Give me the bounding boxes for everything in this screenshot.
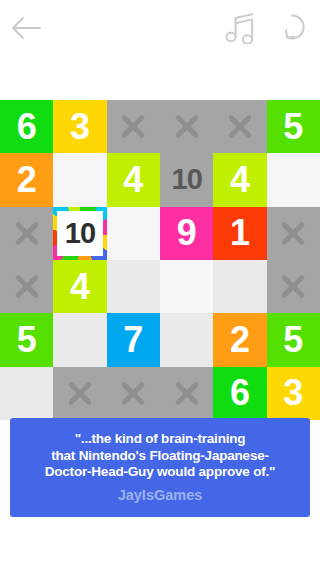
gray-number-tile-10-r1c3: 10: [160, 153, 213, 206]
puzzle-board: 6352410410914572563: [0, 100, 320, 420]
blocked-cell-r5c1: [53, 367, 106, 420]
x-icon: [120, 380, 146, 406]
music-toggle-button[interactable]: [224, 10, 258, 44]
blocked-cell-r3c5: [267, 260, 320, 313]
board-tile-4-r1c2[interactable]: 4: [107, 153, 160, 206]
restart-button[interactable]: [276, 11, 310, 43]
board-tile-5-r4c5[interactable]: 5: [267, 313, 320, 366]
empty-cell-r3c2: [107, 260, 160, 313]
empty-cell-r3c4: [213, 260, 266, 313]
blocked-cell-r0c4: [213, 100, 266, 153]
quote-line: "...the kind of brain-training: [10, 431, 310, 448]
blocked-cell-r5c3: [160, 367, 213, 420]
board-tile-7-r4c2[interactable]: 7: [107, 313, 160, 366]
empty-cell-r4c3: [160, 313, 213, 366]
music-notes-icon: [224, 10, 258, 44]
review-quote-banner: "...the kind of brain-training that Nint…: [10, 418, 310, 517]
board-tile-6-r0c0[interactable]: 6: [0, 100, 53, 153]
refresh-icon: [276, 11, 310, 43]
board-tile-2-r4c4[interactable]: 2: [213, 313, 266, 366]
board-tile-3-r5c5[interactable]: 3: [267, 367, 320, 420]
board-tile-2-r1c0[interactable]: 2: [0, 153, 53, 206]
blocked-cell-r3c0: [0, 260, 53, 313]
blocked-cell-r2c0: [0, 207, 53, 260]
x-icon: [67, 380, 93, 406]
empty-cell-r1c5: [267, 153, 320, 206]
back-arrow-icon: [10, 15, 44, 41]
blocked-cell-r5c2: [107, 367, 160, 420]
x-icon: [227, 114, 253, 140]
blocked-cell-r0c3: [160, 100, 213, 153]
selected-tile-number: 10: [57, 211, 102, 256]
selected-tile-10-r2c1[interactable]: 10: [53, 207, 106, 260]
x-icon: [280, 220, 306, 246]
board-tile-5-r0c5[interactable]: 5: [267, 100, 320, 153]
x-icon: [280, 274, 306, 300]
quote-attribution: JayIsGames: [10, 487, 310, 503]
blocked-cell-r2c5: [267, 207, 320, 260]
quote-line: Doctor-Head-Guy would approve of.": [10, 464, 310, 481]
x-icon: [14, 274, 40, 300]
empty-cell-r3c3: [160, 260, 213, 313]
board-tile-1-r2c4[interactable]: 1: [213, 207, 266, 260]
board-tile-4-r1c4[interactable]: 4: [213, 153, 266, 206]
x-icon: [174, 114, 200, 140]
x-icon: [14, 220, 40, 246]
board-tile-3-r0c1[interactable]: 3: [53, 100, 106, 153]
empty-cell-r2c2: [107, 207, 160, 260]
empty-cell-r4c1: [53, 313, 106, 366]
x-icon: [174, 380, 200, 406]
quote-line: that Nintendo's Floating-Japanese-: [10, 448, 310, 465]
blocked-cell-r0c2: [107, 100, 160, 153]
x-icon: [120, 114, 146, 140]
back-button[interactable]: [10, 14, 44, 42]
board-tile-5-r4c0[interactable]: 5: [0, 313, 53, 366]
board-tile-4-r3c1[interactable]: 4: [53, 260, 106, 313]
empty-cell-r1c1: [53, 153, 106, 206]
empty-cell-r5c0: [0, 367, 53, 420]
board-tile-9-r2c3[interactable]: 9: [160, 207, 213, 260]
top-bar: [0, 0, 320, 56]
board-tile-6-r5c4[interactable]: 6: [213, 367, 266, 420]
